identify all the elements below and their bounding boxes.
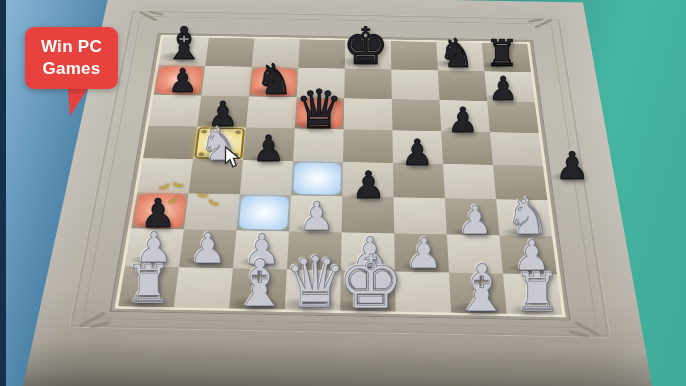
chess-titans-screenshot: ♝♚♞♜♟♞♟♟♛♟♟♟♞♟♟♟♟♞♟♟♟♟♟♟♜♝♛♚♝♜♟ Win PC G… (0, 0, 686, 386)
piece-black-pawn-a7[interactable]: ♟ (168, 66, 197, 97)
square-b7[interactable] (201, 66, 251, 97)
piece-white-pawn-g3[interactable]: ♟ (457, 202, 493, 240)
square-g4[interactable] (443, 164, 496, 199)
piece-black-pawn-h7[interactable]: ♟ (489, 73, 518, 104)
piece-black-pawn-c5[interactable]: ♟ (253, 132, 285, 166)
piece-black-knight-c7[interactable]: ♞ (255, 60, 293, 100)
square-f7[interactable] (391, 69, 439, 100)
piece-white-rook-h1[interactable]: ♜ (513, 268, 561, 319)
piece-white-rook-a1[interactable]: ♜ (125, 261, 173, 312)
piece-white-king-e1[interactable]: ♚ (337, 247, 404, 318)
square-h5[interactable] (490, 132, 543, 166)
piece-black-pawn-g6[interactable]: ♟ (448, 104, 479, 137)
piece-white-pawn-d3[interactable]: ♟ (299, 198, 335, 236)
piece-white-bishop-c1[interactable]: ♝ (231, 253, 289, 315)
piece-white-pawn-b2[interactable]: ♟ (189, 229, 227, 269)
square-e6[interactable] (344, 98, 393, 130)
square-b1[interactable] (174, 267, 233, 308)
square-f8[interactable] (391, 41, 438, 70)
square-a5[interactable] (143, 126, 197, 160)
mouse-cursor-icon (224, 146, 241, 174)
piece-black-rook-h8[interactable]: ♜ (485, 37, 518, 72)
piece-black-bishop-a8[interactable]: ♝ (164, 23, 204, 66)
square-d4[interactable] (291, 161, 343, 196)
captured-black-pawn-tray[interactable]: ♟ (555, 148, 589, 184)
badge-line2: Games (42, 58, 100, 80)
badge-line1: Win PC (41, 36, 102, 58)
piece-black-pawn-f5[interactable]: ♟ (401, 136, 433, 170)
square-d8[interactable] (298, 39, 345, 68)
piece-black-knight-g8[interactable]: ♞ (439, 33, 475, 71)
square-e5[interactable] (343, 129, 393, 163)
piece-black-queen-d6[interactable]: ♛ (295, 85, 343, 136)
square-f6[interactable] (392, 99, 441, 131)
square-b8[interactable] (205, 38, 254, 67)
piece-black-king-e8[interactable]: ♚ (343, 22, 389, 71)
move-highlight (293, 162, 341, 194)
piece-black-pawn-e4[interactable]: ♟ (352, 167, 386, 203)
win-pc-games-badge: Win PC Games (25, 27, 118, 89)
piece-white-pawn-f2[interactable]: ♟ (405, 233, 443, 273)
piece-white-bishop-g1[interactable]: ♝ (453, 257, 511, 319)
